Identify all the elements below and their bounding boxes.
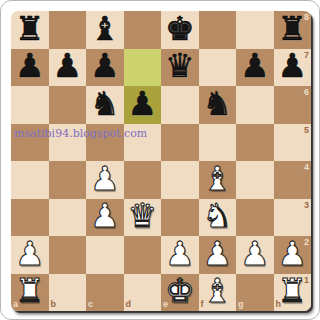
square-g2[interactable]: ♟ bbox=[236, 236, 274, 274]
file-label-a: a bbox=[13, 300, 18, 309]
white-rook: ♜ bbox=[277, 274, 307, 307]
black-king: ♚ bbox=[165, 12, 195, 45]
square-g1[interactable]: g bbox=[236, 274, 274, 312]
square-e4[interactable] bbox=[161, 161, 199, 199]
black-pawn: ♟ bbox=[52, 49, 82, 82]
square-b6[interactable] bbox=[49, 86, 87, 124]
square-b5[interactable] bbox=[49, 124, 87, 162]
square-f1[interactable]: ♝f bbox=[199, 274, 237, 312]
square-f7[interactable] bbox=[199, 49, 237, 87]
square-h6[interactable]: 6 bbox=[274, 86, 312, 124]
square-d2[interactable] bbox=[124, 236, 162, 274]
white-knight: ♞ bbox=[202, 199, 232, 232]
file-label-e: e bbox=[163, 300, 168, 309]
square-d4[interactable] bbox=[124, 161, 162, 199]
square-a5[interactable] bbox=[11, 124, 49, 162]
square-c2[interactable] bbox=[86, 236, 124, 274]
square-f6[interactable]: ♞ bbox=[199, 86, 237, 124]
square-h5[interactable]: 5 bbox=[274, 124, 312, 162]
square-h7[interactable]: ♟7 bbox=[274, 49, 312, 87]
square-c8[interactable]: ♝ bbox=[86, 11, 124, 49]
square-a3[interactable] bbox=[11, 199, 49, 237]
square-g3[interactable] bbox=[236, 199, 274, 237]
white-pawn: ♟ bbox=[15, 237, 45, 270]
square-d3[interactable]: ♛ bbox=[124, 199, 162, 237]
square-b7[interactable]: ♟ bbox=[49, 49, 87, 87]
board-frame: ♜♝♚♜8♟♟♟♛♟♟7♞♟♞65♟♝4♟♛♞3♟♟♟♟♟2♜abcd♚e♝fg… bbox=[11, 11, 311, 311]
rank-label-4: 4 bbox=[304, 163, 309, 172]
white-pawn: ♟ bbox=[277, 237, 307, 270]
square-e3[interactable] bbox=[161, 199, 199, 237]
white-king: ♚ bbox=[165, 274, 195, 307]
square-f8[interactable] bbox=[199, 11, 237, 49]
image-frame: msatibi94.blogspot.com ♜♝♚♜8♟♟♟♛♟♟7♞♟♞65… bbox=[0, 0, 320, 320]
square-g7[interactable]: ♟ bbox=[236, 49, 274, 87]
square-a7[interactable]: ♟ bbox=[11, 49, 49, 87]
file-label-c: c bbox=[88, 300, 93, 309]
square-e8[interactable]: ♚ bbox=[161, 11, 199, 49]
black-pawn: ♟ bbox=[90, 49, 120, 82]
black-knight: ♞ bbox=[90, 87, 120, 120]
white-rook: ♜ bbox=[15, 274, 45, 307]
square-h2[interactable]: ♟2 bbox=[274, 236, 312, 274]
square-d6[interactable]: ♟ bbox=[124, 86, 162, 124]
rank-label-1: 1 bbox=[304, 276, 309, 285]
square-b8[interactable] bbox=[49, 11, 87, 49]
square-e1[interactable]: ♚e bbox=[161, 274, 199, 312]
square-f5[interactable] bbox=[199, 124, 237, 162]
square-a4[interactable] bbox=[11, 161, 49, 199]
black-queen: ♛ bbox=[165, 49, 195, 82]
white-pawn: ♟ bbox=[90, 162, 120, 195]
square-d1[interactable]: d bbox=[124, 274, 162, 312]
black-rook: ♜ bbox=[277, 12, 307, 45]
rank-label-3: 3 bbox=[304, 201, 309, 210]
square-f3[interactable]: ♞ bbox=[199, 199, 237, 237]
square-d5[interactable] bbox=[124, 124, 162, 162]
square-a2[interactable]: ♟ bbox=[11, 236, 49, 274]
rank-label-8: 8 bbox=[304, 13, 309, 22]
black-pawn: ♟ bbox=[127, 87, 157, 120]
rank-label-2: 2 bbox=[304, 238, 309, 247]
square-g4[interactable] bbox=[236, 161, 274, 199]
rank-label-7: 7 bbox=[304, 51, 309, 60]
white-pawn: ♟ bbox=[165, 237, 195, 270]
square-h4[interactable]: 4 bbox=[274, 161, 312, 199]
black-knight: ♞ bbox=[202, 87, 232, 120]
square-c6[interactable]: ♞ bbox=[86, 86, 124, 124]
square-g8[interactable] bbox=[236, 11, 274, 49]
black-bishop: ♝ bbox=[90, 12, 120, 45]
white-pawn: ♟ bbox=[240, 237, 270, 270]
square-d7[interactable] bbox=[124, 49, 162, 87]
black-pawn: ♟ bbox=[15, 49, 45, 82]
square-a8[interactable]: ♜ bbox=[11, 11, 49, 49]
black-rook: ♜ bbox=[15, 12, 45, 45]
square-c5[interactable] bbox=[86, 124, 124, 162]
square-c4[interactable]: ♟ bbox=[86, 161, 124, 199]
square-g5[interactable] bbox=[236, 124, 274, 162]
black-pawn: ♟ bbox=[240, 49, 270, 82]
square-a1[interactable]: ♜a bbox=[11, 274, 49, 312]
square-h1[interactable]: ♜1h bbox=[274, 274, 312, 312]
rank-label-6: 6 bbox=[304, 88, 309, 97]
square-b4[interactable] bbox=[49, 161, 87, 199]
square-e7[interactable]: ♛ bbox=[161, 49, 199, 87]
square-a6[interactable] bbox=[11, 86, 49, 124]
white-queen: ♛ bbox=[127, 199, 157, 232]
square-c1[interactable]: c bbox=[86, 274, 124, 312]
white-bishop: ♝ bbox=[202, 274, 232, 307]
square-b1[interactable]: b bbox=[49, 274, 87, 312]
square-h3[interactable]: 3 bbox=[274, 199, 312, 237]
square-d8[interactable] bbox=[124, 11, 162, 49]
square-e5[interactable] bbox=[161, 124, 199, 162]
file-label-f: f bbox=[201, 300, 204, 309]
square-e6[interactable] bbox=[161, 86, 199, 124]
white-bishop: ♝ bbox=[202, 162, 232, 195]
file-label-h: h bbox=[276, 300, 282, 309]
square-b2[interactable] bbox=[49, 236, 87, 274]
white-pawn: ♟ bbox=[202, 237, 232, 270]
square-g6[interactable] bbox=[236, 86, 274, 124]
rank-label-5: 5 bbox=[304, 126, 309, 135]
square-e2[interactable]: ♟ bbox=[161, 236, 199, 274]
file-label-b: b bbox=[51, 300, 57, 309]
square-h8[interactable]: ♜8 bbox=[274, 11, 312, 49]
white-pawn: ♟ bbox=[90, 199, 120, 232]
square-c3[interactable]: ♟ bbox=[86, 199, 124, 237]
file-label-d: d bbox=[126, 300, 132, 309]
square-b3[interactable] bbox=[49, 199, 87, 237]
square-c7[interactable]: ♟ bbox=[86, 49, 124, 87]
file-label-g: g bbox=[238, 300, 244, 309]
black-pawn: ♟ bbox=[277, 49, 307, 82]
square-f2[interactable]: ♟ bbox=[199, 236, 237, 274]
square-f4[interactable]: ♝ bbox=[199, 161, 237, 199]
chess-board[interactable]: ♜♝♚♜8♟♟♟♛♟♟7♞♟♞65♟♝4♟♛♞3♟♟♟♟♟2♜abcd♚e♝fg… bbox=[11, 11, 311, 311]
